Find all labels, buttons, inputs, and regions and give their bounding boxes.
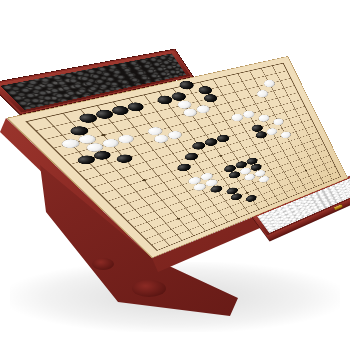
go-table-photo xyxy=(0,0,350,350)
table-top-plane xyxy=(6,56,348,258)
table-foot xyxy=(92,258,114,270)
table-foot xyxy=(132,280,166,297)
drawer-handle-brass-knob xyxy=(333,204,343,211)
